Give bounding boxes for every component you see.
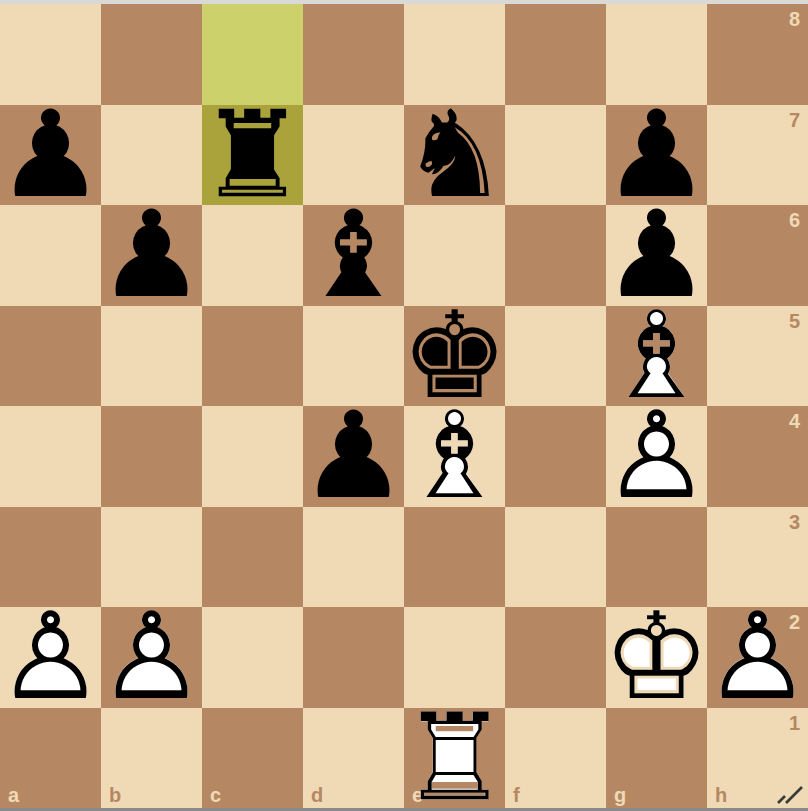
rank-label-5: 5 (789, 311, 800, 331)
rank-label-8: 8 (789, 9, 800, 29)
piece-fill-glyph: ♞ (404, 105, 505, 206)
piece-fill-glyph: ♟ (101, 205, 202, 306)
file-label-g: g (614, 785, 626, 805)
square-h2[interactable]: 2♟♙ (707, 607, 808, 708)
square-f4[interactable] (505, 406, 606, 507)
square-f5[interactable] (505, 306, 606, 407)
white-pawn[interactable]: ♟♙ (606, 406, 707, 507)
black-bishop[interactable]: ♝ (303, 205, 404, 306)
square-e3[interactable] (404, 507, 505, 608)
square-c2[interactable] (202, 607, 303, 708)
piece-fill-glyph: ♝ (303, 205, 404, 306)
piece-fill-glyph: ♟ (0, 105, 101, 206)
square-e7[interactable]: ♞ (404, 105, 505, 206)
square-h7[interactable]: 7 (707, 105, 808, 206)
square-c6[interactable] (202, 205, 303, 306)
square-g1[interactable]: g (606, 708, 707, 809)
white-pawn[interactable]: ♟♙ (0, 607, 101, 708)
square-b2[interactable]: ♟♙ (101, 607, 202, 708)
black-pawn[interactable]: ♟ (101, 205, 202, 306)
square-f6[interactable] (505, 205, 606, 306)
file-label-f: f (513, 785, 520, 805)
file-label-c: c (210, 785, 221, 805)
square-d2[interactable] (303, 607, 404, 708)
rank-label-4: 4 (789, 411, 800, 431)
piece-outline-glyph: ♖ (404, 708, 505, 809)
square-d4[interactable]: ♟ (303, 406, 404, 507)
black-pawn[interactable]: ♟ (0, 105, 101, 206)
square-b6[interactable]: ♟ (101, 205, 202, 306)
square-c5[interactable] (202, 306, 303, 407)
piece-fill-glyph: ♜ (202, 105, 303, 206)
square-d8[interactable] (303, 4, 404, 105)
square-a4[interactable] (0, 406, 101, 507)
square-h8[interactable]: 8 (707, 4, 808, 105)
piece-outline-glyph: ♙ (707, 607, 808, 708)
chess-board: 8♟♜♞♟7♟♝♟6♚♝♗5♟♝♗♟♙43♟♙♟♙♚♔2♟♙abcde♜♖fg1… (0, 4, 808, 808)
piece-outline-glyph: ♗ (404, 406, 505, 507)
white-king[interactable]: ♚♔ (606, 607, 707, 708)
square-c4[interactable] (202, 406, 303, 507)
square-d3[interactable] (303, 507, 404, 608)
square-c7[interactable]: ♜ (202, 105, 303, 206)
square-b8[interactable] (101, 4, 202, 105)
square-c1[interactable]: c (202, 708, 303, 809)
piece-outline-glyph: ♔ (606, 607, 707, 708)
rank-label-7: 7 (789, 110, 800, 130)
square-d6[interactable]: ♝ (303, 205, 404, 306)
square-e4[interactable]: ♝♗ (404, 406, 505, 507)
piece-fill-glyph: ♟ (303, 406, 404, 507)
file-label-a: a (8, 785, 19, 805)
square-f7[interactable] (505, 105, 606, 206)
square-a5[interactable] (0, 306, 101, 407)
file-label-d: d (311, 785, 323, 805)
square-a7[interactable]: ♟ (0, 105, 101, 206)
black-pawn[interactable]: ♟ (303, 406, 404, 507)
square-b5[interactable] (101, 306, 202, 407)
white-rook[interactable]: ♜♖ (404, 708, 505, 809)
piece-outline-glyph: ♙ (101, 607, 202, 708)
square-f3[interactable] (505, 507, 606, 608)
black-knight[interactable]: ♞ (404, 105, 505, 206)
square-a2[interactable]: ♟♙ (0, 607, 101, 708)
square-c3[interactable] (202, 507, 303, 608)
file-label-b: b (109, 785, 121, 805)
square-g2[interactable]: ♚♔ (606, 607, 707, 708)
rank-label-6: 6 (789, 210, 800, 230)
square-g4[interactable]: ♟♙ (606, 406, 707, 507)
piece-outline-glyph: ♙ (606, 406, 707, 507)
square-h5[interactable]: 5 (707, 306, 808, 407)
square-f8[interactable] (505, 4, 606, 105)
rank-label-1: 1 (789, 713, 800, 733)
square-d1[interactable]: d (303, 708, 404, 809)
square-h4[interactable]: 4 (707, 406, 808, 507)
white-bishop[interactable]: ♝♗ (404, 406, 505, 507)
piece-outline-glyph: ♙ (0, 607, 101, 708)
white-pawn[interactable]: ♟♙ (101, 607, 202, 708)
black-rook[interactable]: ♜ (202, 105, 303, 206)
square-a6[interactable] (0, 205, 101, 306)
square-e1[interactable]: e♜♖ (404, 708, 505, 809)
board-resize-handle-icon[interactable] (777, 784, 805, 804)
file-label-h: h (715, 785, 727, 805)
square-b1[interactable]: b (101, 708, 202, 809)
white-pawn[interactable]: ♟♙ (707, 607, 808, 708)
square-b4[interactable] (101, 406, 202, 507)
square-f1[interactable]: f (505, 708, 606, 809)
square-a1[interactable]: a (0, 708, 101, 809)
square-h6[interactable]: 6 (707, 205, 808, 306)
square-f2[interactable] (505, 607, 606, 708)
rank-label-3: 3 (789, 512, 800, 532)
